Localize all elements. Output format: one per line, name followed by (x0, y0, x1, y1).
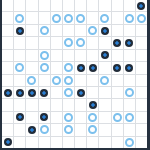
white-stone (64, 88, 73, 97)
white-stone (64, 38, 73, 47)
cell-r7c2[interactable] (14, 75, 25, 86)
black-stone (28, 89, 36, 97)
white-stone (137, 14, 146, 23)
cell-r4c11[interactable] (124, 37, 135, 48)
cell-r10c7[interactable] (75, 112, 86, 123)
cell-r1c4[interactable] (39, 0, 50, 11)
cell-r8c10[interactable] (112, 87, 123, 98)
white-stone (64, 14, 73, 23)
white-stone (100, 14, 109, 23)
black-stone (16, 89, 24, 97)
cell-r11c5[interactable] (51, 124, 62, 135)
cell-r5c3[interactable] (26, 50, 37, 61)
cell-r7c3[interactable] (26, 75, 37, 86)
cell-r12c6[interactable] (63, 137, 74, 148)
cell-r7c11[interactable] (124, 75, 135, 86)
black-stone (16, 113, 24, 121)
cell-r6c9[interactable] (99, 62, 110, 73)
black-stone (101, 51, 109, 59)
cell-r3c10[interactable] (112, 25, 123, 36)
cell-r9c12[interactable] (136, 99, 147, 110)
cell-r7c1[interactable] (2, 75, 13, 86)
cell-r6c1[interactable] (2, 62, 13, 73)
black-stone (113, 39, 121, 47)
cell-r8c4[interactable] (39, 87, 50, 98)
cell-r4c6[interactable] (63, 37, 74, 48)
cell-r11c4[interactable] (39, 124, 50, 135)
white-stone (125, 14, 134, 23)
cell-r9c9[interactable] (99, 99, 110, 110)
cell-r9c8[interactable] (87, 99, 98, 110)
cell-r8c9[interactable] (99, 87, 110, 98)
cell-r11c12[interactable] (136, 124, 147, 135)
cell-r9c1[interactable] (2, 99, 13, 110)
cell-r1c5[interactable] (51, 0, 62, 11)
cell-r10c11[interactable] (124, 112, 135, 123)
cell-r1c7[interactable] (75, 0, 86, 11)
cell-r1c1[interactable] (2, 0, 13, 11)
cell-r3c5[interactable] (51, 25, 62, 36)
black-stone (77, 89, 85, 97)
cell-r10c5[interactable] (51, 112, 62, 123)
cell-r2c1[interactable] (2, 12, 13, 23)
cell-r3c2[interactable] (14, 25, 25, 36)
cell-r5c2[interactable] (14, 50, 25, 61)
cell-r1c9[interactable] (99, 0, 110, 11)
cell-r8c7[interactable] (75, 87, 86, 98)
cell-r12c3[interactable] (26, 137, 37, 148)
white-stone (125, 138, 134, 147)
cell-r5c6[interactable] (63, 50, 74, 61)
cell-r4c10[interactable] (112, 37, 123, 48)
cell-r4c12[interactable] (136, 37, 147, 48)
white-stone (40, 125, 49, 134)
white-stone (125, 113, 134, 122)
cell-r6c5[interactable] (51, 62, 62, 73)
cell-r8c5[interactable] (51, 87, 62, 98)
cell-r3c12[interactable] (136, 25, 147, 36)
cell-r10c1[interactable] (2, 112, 13, 123)
cell-r11c6[interactable] (63, 124, 74, 135)
cell-r5c1[interactable] (2, 50, 13, 61)
white-stone (64, 63, 73, 72)
cell-r8c12[interactable] (136, 87, 147, 98)
cell-r10c2[interactable] (14, 112, 25, 123)
cell-r1c10[interactable] (112, 0, 123, 11)
cell-r9c3[interactable] (26, 99, 37, 110)
cell-r7c8[interactable] (87, 75, 98, 86)
white-stone (88, 113, 97, 122)
black-stone (89, 64, 97, 72)
cell-r4c5[interactable] (51, 37, 62, 48)
cell-r7c7[interactable] (75, 75, 86, 86)
cell-r6c8[interactable] (87, 62, 98, 73)
cell-r6c12[interactable] (136, 62, 147, 73)
cell-r9c5[interactable] (51, 99, 62, 110)
cell-r3c6[interactable] (63, 25, 74, 36)
cell-r4c4[interactable] (39, 37, 50, 48)
cell-r1c11[interactable] (124, 0, 135, 11)
cell-r2c9[interactable] (99, 12, 110, 23)
white-stone (40, 26, 49, 35)
cell-r8c8[interactable] (87, 87, 98, 98)
yin-yang-board (0, 0, 150, 150)
cell-r5c8[interactable] (87, 50, 98, 61)
cell-r10c8[interactable] (87, 112, 98, 123)
black-stone (40, 113, 48, 121)
cell-r1c3[interactable] (26, 0, 37, 11)
black-stone (40, 89, 48, 97)
cell-r11c2[interactable] (14, 124, 25, 135)
cell-r10c3[interactable] (26, 112, 37, 123)
cell-r5c7[interactable] (75, 50, 86, 61)
cell-r1c6[interactable] (63, 0, 74, 11)
white-stone (113, 113, 122, 122)
black-stone (28, 126, 36, 134)
cell-r7c4[interactable] (39, 75, 50, 86)
white-stone (76, 14, 85, 23)
cell-r12c4[interactable] (39, 137, 50, 148)
black-stone (4, 138, 12, 146)
white-stone (88, 125, 97, 134)
cell-r11c7[interactable] (75, 124, 86, 135)
cell-r12c2[interactable] (14, 137, 25, 148)
cell-r5c5[interactable] (51, 50, 62, 61)
cell-r11c11[interactable] (124, 124, 135, 135)
black-stone (101, 27, 109, 35)
white-stone (76, 38, 85, 47)
cell-r11c1[interactable] (2, 124, 13, 135)
cell-r9c10[interactable] (112, 99, 123, 110)
cell-r4c7[interactable] (75, 37, 86, 48)
cell-r2c4[interactable] (39, 12, 50, 23)
cell-r7c12[interactable] (136, 75, 147, 86)
cell-r7c5[interactable] (51, 75, 62, 86)
black-stone (125, 39, 133, 47)
white-stone (88, 26, 97, 35)
cell-r8c6[interactable] (63, 87, 74, 98)
cell-r9c4[interactable] (39, 99, 50, 110)
cell-r6c4[interactable] (39, 62, 50, 73)
black-stone (125, 64, 133, 72)
cell-r12c8[interactable] (87, 137, 98, 148)
cell-r10c10[interactable] (112, 112, 123, 123)
cell-r4c2[interactable] (14, 37, 25, 48)
cell-r5c4[interactable] (39, 50, 50, 61)
cell-r2c8[interactable] (87, 12, 98, 23)
cell-r1c2[interactable] (14, 0, 25, 11)
cell-r2c11[interactable] (124, 12, 135, 23)
cell-r2c5[interactable] (51, 12, 62, 23)
white-stone (40, 51, 49, 60)
cell-r6c10[interactable] (112, 62, 123, 73)
cell-r3c4[interactable] (39, 25, 50, 36)
cell-r7c9[interactable] (99, 75, 110, 86)
cell-r6c11[interactable] (124, 62, 135, 73)
cell-r3c1[interactable] (2, 25, 13, 36)
cell-r1c12[interactable] (136, 0, 147, 11)
cell-r12c5[interactable] (51, 137, 62, 148)
cell-r5c11[interactable] (124, 50, 135, 61)
black-stone (77, 64, 85, 72)
white-stone (52, 76, 61, 85)
cell-r11c8[interactable] (87, 124, 98, 135)
cell-r12c9[interactable] (99, 137, 110, 148)
cell-r3c8[interactable] (87, 25, 98, 36)
cell-r8c1[interactable] (2, 87, 13, 98)
cell-r3c11[interactable] (124, 25, 135, 36)
white-stone (64, 76, 73, 85)
cell-r8c3[interactable] (26, 87, 37, 98)
cell-r10c4[interactable] (39, 112, 50, 123)
cell-r6c6[interactable] (63, 62, 74, 73)
cell-r5c9[interactable] (99, 50, 110, 61)
black-stone (89, 101, 97, 109)
white-stone (100, 76, 109, 85)
white-stone (125, 88, 134, 97)
black-stone (113, 64, 121, 72)
cell-r6c3[interactable] (26, 62, 37, 73)
white-stone (64, 113, 73, 122)
cell-r3c3[interactable] (26, 25, 37, 36)
cell-r7c10[interactable] (112, 75, 123, 86)
cell-r9c7[interactable] (75, 99, 86, 110)
black-stone (137, 2, 145, 10)
cell-r12c12[interactable] (136, 137, 147, 148)
black-stone (16, 27, 24, 35)
cell-r2c10[interactable] (112, 12, 123, 23)
cell-r4c3[interactable] (26, 37, 37, 48)
cell-r4c1[interactable] (2, 37, 13, 48)
cell-r10c9[interactable] (99, 112, 110, 123)
cell-r10c6[interactable] (63, 112, 74, 123)
white-stone (27, 76, 36, 85)
cell-r8c2[interactable] (14, 87, 25, 98)
cell-r12c11[interactable] (124, 137, 135, 148)
cell-r8c11[interactable] (124, 87, 135, 98)
white-stone (52, 14, 61, 23)
cell-r9c11[interactable] (124, 99, 135, 110)
cell-r2c6[interactable] (63, 12, 74, 23)
cell-r5c12[interactable] (136, 50, 147, 61)
cell-r9c6[interactable] (63, 99, 74, 110)
cell-r2c7[interactable] (75, 12, 86, 23)
white-stone (15, 14, 24, 23)
white-stone (15, 63, 24, 72)
cell-r12c7[interactable] (75, 137, 86, 148)
cell-r3c7[interactable] (75, 25, 86, 36)
cell-r9c2[interactable] (14, 99, 25, 110)
cell-r5c10[interactable] (112, 50, 123, 61)
cell-r2c3[interactable] (26, 12, 37, 23)
cell-r6c2[interactable] (14, 62, 25, 73)
cell-r2c12[interactable] (136, 12, 147, 23)
cell-r7c6[interactable] (63, 75, 74, 86)
cell-r4c8[interactable] (87, 37, 98, 48)
cell-r12c10[interactable] (112, 137, 123, 148)
cell-r12c1[interactable] (2, 137, 13, 148)
black-stone (4, 89, 12, 97)
cell-r11c3[interactable] (26, 124, 37, 135)
cell-r6c7[interactable] (75, 62, 86, 73)
cell-r1c8[interactable] (87, 0, 98, 11)
white-stone (64, 125, 73, 134)
cell-r3c9[interactable] (99, 25, 110, 36)
cell-r11c9[interactable] (99, 124, 110, 135)
cell-r11c10[interactable] (112, 124, 123, 135)
cell-r4c9[interactable] (99, 37, 110, 48)
cell-r10c12[interactable] (136, 112, 147, 123)
white-stone (40, 63, 49, 72)
cell-r2c2[interactable] (14, 12, 25, 23)
